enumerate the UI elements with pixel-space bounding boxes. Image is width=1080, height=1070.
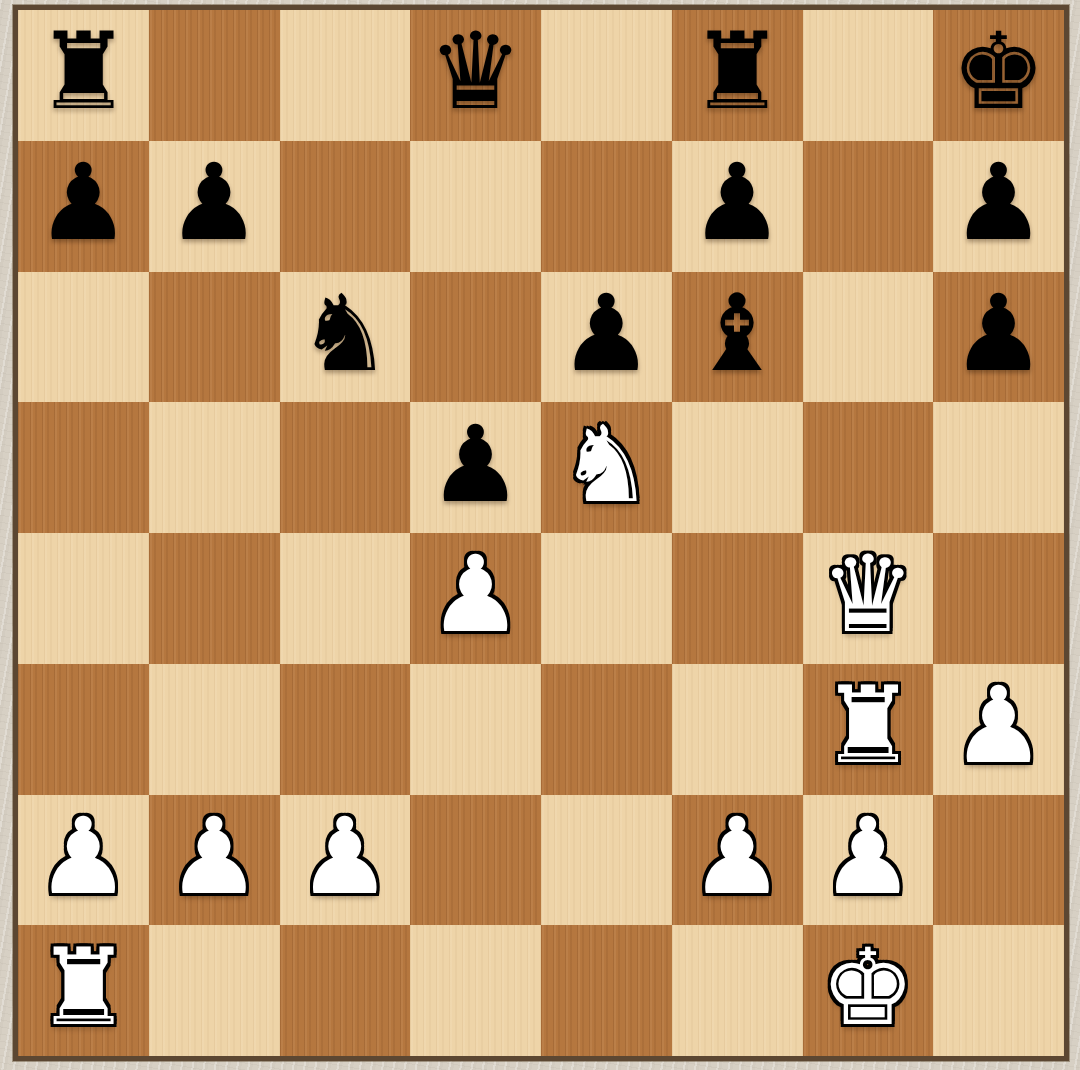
square-b4[interactable]	[149, 533, 280, 664]
square-g1[interactable]: ♚	[803, 925, 934, 1056]
square-e5[interactable]: ♞	[541, 402, 672, 533]
white-rook-a1-icon[interactable]: ♜	[36, 935, 131, 1041]
black-rook-a8-icon[interactable]: ♜	[36, 19, 131, 125]
square-g2[interactable]: ♟	[803, 795, 934, 926]
square-a7[interactable]: ♟	[18, 141, 149, 272]
square-d3[interactable]	[410, 664, 541, 795]
square-c7[interactable]	[280, 141, 411, 272]
square-f2[interactable]: ♟	[672, 795, 803, 926]
black-pawn-d5-icon[interactable]: ♟	[428, 412, 523, 518]
black-rook-f8-icon[interactable]: ♜	[690, 19, 785, 125]
square-c8[interactable]	[280, 10, 411, 141]
square-f1[interactable]	[672, 925, 803, 1056]
square-f5[interactable]	[672, 402, 803, 533]
page-background: { "game": "chess", "position": { "fen": …	[0, 0, 1080, 1070]
chess-board: ♜♛♜♚♟♟♟♟♞♟♝♟♟♞♟♛♜♟♟♟♟♟♟♜♚	[18, 10, 1064, 1056]
square-b7[interactable]: ♟	[149, 141, 280, 272]
white-pawn-d4-icon[interactable]: ♟	[428, 542, 523, 648]
square-a1[interactable]: ♜	[18, 925, 149, 1056]
square-b3[interactable]	[149, 664, 280, 795]
square-b2[interactable]: ♟	[149, 795, 280, 926]
square-e3[interactable]	[541, 664, 672, 795]
square-f8[interactable]: ♜	[672, 10, 803, 141]
square-a6[interactable]	[18, 272, 149, 403]
square-b6[interactable]	[149, 272, 280, 403]
square-h1[interactable]	[933, 925, 1064, 1056]
square-g4[interactable]: ♛	[803, 533, 934, 664]
black-king-h8-icon[interactable]: ♚	[951, 19, 1046, 125]
white-pawn-a2-icon[interactable]: ♟	[36, 804, 131, 910]
square-d7[interactable]	[410, 141, 541, 272]
black-queen-d8-icon[interactable]: ♛	[428, 19, 523, 125]
square-b1[interactable]	[149, 925, 280, 1056]
square-f3[interactable]	[672, 664, 803, 795]
square-g8[interactable]	[803, 10, 934, 141]
black-pawn-h6-icon[interactable]: ♟	[951, 281, 1046, 387]
square-c4[interactable]	[280, 533, 411, 664]
square-f4[interactable]	[672, 533, 803, 664]
white-queen-g4-icon[interactable]: ♛	[820, 542, 915, 648]
white-pawn-h3-icon[interactable]: ♟	[951, 673, 1046, 779]
square-d5[interactable]: ♟	[410, 402, 541, 533]
square-e6[interactable]: ♟	[541, 272, 672, 403]
square-a2[interactable]: ♟	[18, 795, 149, 926]
square-e8[interactable]	[541, 10, 672, 141]
white-rook-g3-icon[interactable]: ♜	[820, 673, 915, 779]
square-d1[interactable]	[410, 925, 541, 1056]
square-e7[interactable]	[541, 141, 672, 272]
black-pawn-a7-icon[interactable]: ♟	[36, 150, 131, 256]
square-a5[interactable]	[18, 402, 149, 533]
square-c5[interactable]	[280, 402, 411, 533]
square-g5[interactable]	[803, 402, 934, 533]
square-e1[interactable]	[541, 925, 672, 1056]
square-e4[interactable]	[541, 533, 672, 664]
square-d6[interactable]	[410, 272, 541, 403]
black-bishop-f6-icon[interactable]: ♝	[690, 281, 785, 387]
black-pawn-e6-icon[interactable]: ♟	[559, 281, 654, 387]
white-pawn-c2-icon[interactable]: ♟	[297, 804, 392, 910]
square-h2[interactable]	[933, 795, 1064, 926]
black-knight-c6-icon[interactable]: ♞	[297, 281, 392, 387]
square-a8[interactable]: ♜	[18, 10, 149, 141]
square-d2[interactable]	[410, 795, 541, 926]
square-g3[interactable]: ♜	[803, 664, 934, 795]
square-d4[interactable]: ♟	[410, 533, 541, 664]
square-c2[interactable]: ♟	[280, 795, 411, 926]
square-g6[interactable]	[803, 272, 934, 403]
white-pawn-f2-icon[interactable]: ♟	[690, 804, 785, 910]
white-pawn-g2-icon[interactable]: ♟	[820, 804, 915, 910]
square-f6[interactable]: ♝	[672, 272, 803, 403]
white-pawn-b2-icon[interactable]: ♟	[167, 804, 262, 910]
square-c6[interactable]: ♞	[280, 272, 411, 403]
square-c1[interactable]	[280, 925, 411, 1056]
square-a4[interactable]	[18, 533, 149, 664]
square-d8[interactable]: ♛	[410, 10, 541, 141]
black-pawn-b7-icon[interactable]: ♟	[167, 150, 262, 256]
square-b5[interactable]	[149, 402, 280, 533]
black-pawn-f7-icon[interactable]: ♟	[690, 150, 785, 256]
square-h5[interactable]	[933, 402, 1064, 533]
square-a3[interactable]	[18, 664, 149, 795]
square-h6[interactable]: ♟	[933, 272, 1064, 403]
white-king-g1-icon[interactable]: ♚	[820, 935, 915, 1041]
square-h8[interactable]: ♚	[933, 10, 1064, 141]
square-f7[interactable]: ♟	[672, 141, 803, 272]
square-h4[interactable]	[933, 533, 1064, 664]
square-h3[interactable]: ♟	[933, 664, 1064, 795]
white-knight-e5-icon[interactable]: ♞	[559, 412, 654, 518]
square-e2[interactable]	[541, 795, 672, 926]
square-c3[interactable]	[280, 664, 411, 795]
chess-board-frame: ♜♛♜♚♟♟♟♟♞♟♝♟♟♞♟♛♜♟♟♟♟♟♟♜♚	[13, 5, 1069, 1061]
square-g7[interactable]	[803, 141, 934, 272]
square-h7[interactable]: ♟	[933, 141, 1064, 272]
square-b8[interactable]	[149, 10, 280, 141]
black-pawn-h7-icon[interactable]: ♟	[951, 150, 1046, 256]
